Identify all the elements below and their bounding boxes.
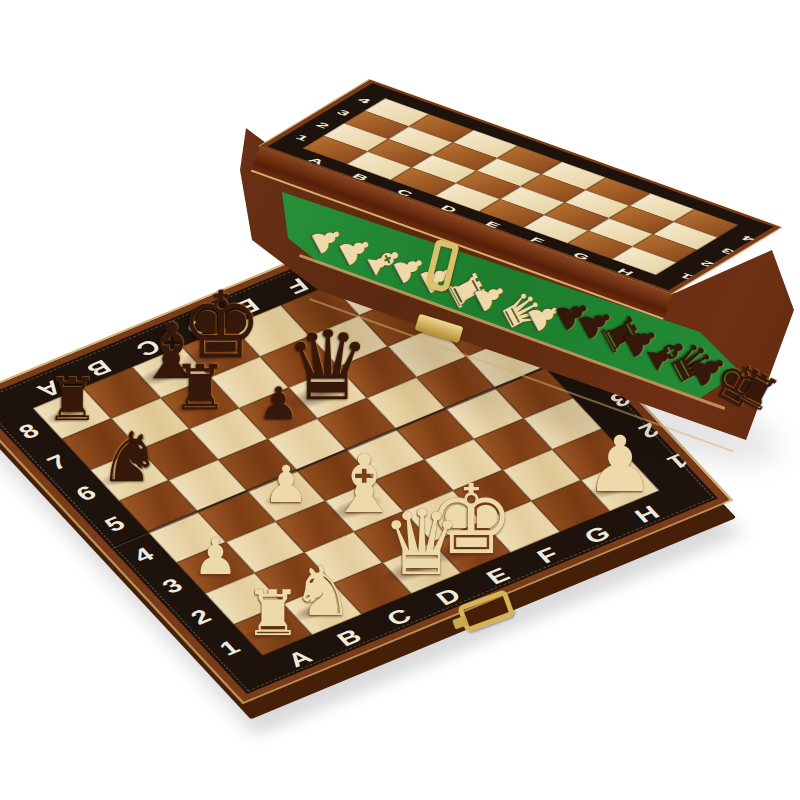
piece-dark-rook-c7[interactable]: ♜ [169,357,231,419]
piece-dark-pawn-d6[interactable]: ♟ [256,381,301,426]
piece-white-queen-d1[interactable]: ♛ [377,498,467,588]
piece-white-pawn-h1[interactable]: ♟ [582,426,659,503]
piece-white-pawn-a3[interactable]: ♟ [191,532,241,582]
piece-dark-rook-a8[interactable]: ♜ [43,370,102,429]
piece-white-rook-a1[interactable]: ♜ [242,582,305,645]
piece-white-pawn-c4[interactable]: ♟ [261,459,312,510]
piece-dark-knight-a6[interactable]: ♞ [95,423,164,492]
chess-set-product-photo: AABBCCDDEEFFGGHH1122334455667788 ♟♟♝♟♟♜♟… [0,0,800,800]
